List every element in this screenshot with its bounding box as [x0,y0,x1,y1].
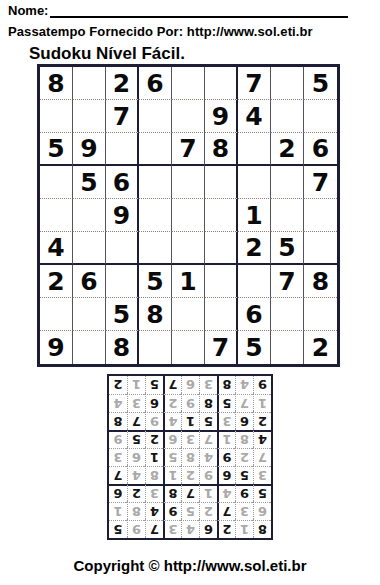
sudoku-cell-r3c8[interactable]: 2 [271,133,304,166]
sudoku-cell-r2c3[interactable]: 7 [106,100,139,133]
solution-cell-r3c1: 5 [253,484,271,502]
sudoku-cell-r4c3[interactable]: 6 [106,166,139,199]
sudoku-cell-r6c2[interactable] [73,232,106,265]
sudoku-cell-r5c8[interactable] [271,199,304,232]
sudoku-cell-r8c9[interactable] [304,298,337,331]
solution-cell-r5c3: 9 [217,448,235,466]
sudoku-cell-r2c2[interactable] [73,100,106,133]
sudoku-cell-r3c4[interactable] [139,133,172,166]
solution-cell-r1c1: 8 [253,520,271,538]
solution-cell-r9c7: 5 [145,376,163,394]
solution-cell-r8c3: 5 [217,394,235,412]
solution-cell-r2c9: 1 [109,502,127,520]
solution-cell-r8c5: 9 [181,394,199,412]
sudoku-cell-r7c8[interactable]: 7 [271,265,304,298]
sudoku-cell-r3c9[interactable]: 6 [304,133,337,166]
sudoku-cell-r8c6[interactable] [205,298,238,331]
solution-cell-r8c8: 3 [127,394,145,412]
sudoku-cell-r5c1[interactable] [40,199,73,232]
sudoku-cell-r5c3[interactable]: 9 [106,199,139,232]
solution-cell-r4c1: 3 [253,466,271,484]
sudoku-cell-r5c6[interactable] [205,199,238,232]
sudoku-cell-r2c1[interactable] [40,100,73,133]
sudoku-cell-r2c8[interactable] [271,100,304,133]
solution-cell-r6c7: 2 [145,430,163,448]
sudoku-cell-r4c1[interactable] [40,166,73,199]
solution-cell-r5c8: 6 [127,448,145,466]
worksheet-page: Nome: Passatempo Fornecido Por: http://w… [0,0,380,585]
sudoku-cell-r5c5[interactable] [172,199,205,232]
sudoku-cell-r1c9[interactable]: 5 [304,67,337,100]
solution-cell-r9c5: 6 [181,376,199,394]
sudoku-cell-r7c3[interactable] [106,265,139,298]
solution-cell-r1c9: 5 [109,520,127,538]
solution-cell-r8c9: 4 [109,394,127,412]
sudoku-cell-r6c7[interactable]: 2 [238,232,271,265]
sudoku-cell-r6c1[interactable]: 4 [40,232,73,265]
solution-cell-r6c9: 9 [109,430,127,448]
solution-cell-r2c5: 5 [181,502,199,520]
sudoku-cell-r7c9[interactable]: 8 [304,265,337,298]
sudoku-board: 826757945978265679142526517858698752 [37,64,340,367]
sudoku-cell-r3c1[interactable]: 5 [40,133,73,166]
solution-cell-r2c8: 8 [127,502,145,520]
solution-cell-r3c8: 2 [127,484,145,502]
solution-cell-r1c5: 4 [181,520,199,538]
sudoku-cell-r9c3[interactable]: 8 [106,331,139,364]
solution-cell-r2c1: 6 [253,502,271,520]
name-label: Nome: [8,3,48,18]
solution-cell-r8c6: 2 [163,394,181,412]
sudoku-cell-r6c9[interactable] [304,232,337,265]
solution-cell-r9c4: 3 [199,376,217,394]
solution-cell-r8c7: 6 [145,394,163,412]
copyright: Copyright © http://www.sol.eti.br [0,557,380,574]
solution-cell-r5c6: 5 [163,448,181,466]
sudoku-cell-r4c6[interactable] [205,166,238,199]
sudoku-cell-r3c7[interactable] [238,133,271,166]
solution-cell-r8c4: 8 [199,394,217,412]
solution-cell-r7c8: 7 [127,412,145,430]
solution-cell-r3c5: 7 [181,484,199,502]
sudoku-cell-r1c3[interactable]: 2 [106,67,139,100]
sudoku-cell-r6c5[interactable] [172,232,205,265]
solution-cell-r4c6: 1 [163,466,181,484]
sudoku-cell-r5c7[interactable]: 1 [238,199,271,232]
solution-cell-r6c6: 6 [163,430,181,448]
sudoku-cell-r6c4[interactable] [139,232,172,265]
solution-cell-r9c1: 9 [253,376,271,394]
name-fill-line[interactable] [50,5,348,18]
solution-cell-r3c6: 8 [163,484,181,502]
sudoku-cell-r8c2[interactable] [73,298,106,331]
solution-cell-r3c7: 3 [145,484,163,502]
sudoku-cell-r1c2[interactable] [73,67,106,100]
sudoku-cell-r8c3[interactable]: 5 [106,298,139,331]
solution-cell-r4c8: 4 [127,466,145,484]
sudoku-cell-r3c2[interactable]: 9 [73,133,106,166]
sudoku-cell-r2c9[interactable] [304,100,337,133]
solution-cell-r7c1: 2 [253,412,271,430]
solution-cell-r2c6: 9 [163,502,181,520]
sudoku-cell-r4c5[interactable] [172,166,205,199]
sudoku-cell-r3c5[interactable]: 7 [172,133,205,166]
sudoku-cell-r6c6[interactable] [205,232,238,265]
solution-cell-r6c8: 5 [127,430,145,448]
sudoku-cell-r2c5[interactable] [172,100,205,133]
solution-cell-r8c2: 7 [235,394,253,412]
sudoku-cell-r4c9[interactable]: 7 [304,166,337,199]
sudoku-cell-r5c2[interactable] [73,199,106,232]
sudoku-cell-r1c7[interactable]: 7 [238,67,271,100]
solution-cell-r3c4: 1 [199,484,217,502]
solution-cell-r8c1: 1 [253,394,271,412]
solution-cell-r2c7: 4 [145,502,163,520]
solution-cell-r4c7: 8 [145,466,163,484]
name-row: Nome: [8,3,348,18]
solution-board: 8126437956372594815941783263569218477294… [107,374,273,540]
sudoku-cell-r8c1[interactable] [40,298,73,331]
solution-cell-r7c6: 4 [163,412,181,430]
solution-cell-r7c5: 1 [181,412,199,430]
solution-cell-r9c8: 1 [127,376,145,394]
sudoku-cell-r3c3[interactable] [106,133,139,166]
sudoku-cell-r9c4[interactable] [139,331,172,364]
sudoku-cell-r1c5[interactable] [172,67,205,100]
sudoku-cell-r8c8[interactable] [271,298,304,331]
solution-cell-r2c3: 7 [217,502,235,520]
sudoku-cell-r8c5[interactable] [172,298,205,331]
sudoku-cell-r6c3[interactable] [106,232,139,265]
sudoku-cell-r7c6[interactable] [205,265,238,298]
sudoku-cell-r4c7[interactable] [238,166,271,199]
solution-cell-r4c9: 7 [109,466,127,484]
page-title: Sudoku Nível Fácil. [29,44,185,64]
solution-cell-r6c5: 3 [181,430,199,448]
sudoku-cell-r4c8[interactable] [271,166,304,199]
sudoku-cell-r9c9[interactable]: 2 [304,331,337,364]
solution-cell-r7c2: 6 [235,412,253,430]
sudoku-cell-r7c4[interactable]: 5 [139,265,172,298]
sudoku-cell-r9c7[interactable]: 5 [238,331,271,364]
sudoku-cell-r1c8[interactable] [271,67,304,100]
sudoku-cell-r9c8[interactable] [271,331,304,364]
solution-cell-r5c4: 4 [199,448,217,466]
solution-cell-r6c4: 7 [199,430,217,448]
sudoku-cell-r3c6[interactable]: 8 [205,133,238,166]
sudoku-cell-r8c4[interactable]: 8 [139,298,172,331]
solution-cell-r4c2: 5 [235,466,253,484]
solution-cell-r1c4: 6 [199,520,217,538]
sudoku-cell-r7c7[interactable] [238,265,271,298]
sudoku-cell-r6c8[interactable]: 5 [271,232,304,265]
sudoku-cell-r9c1[interactable]: 9 [40,331,73,364]
solution-cell-r6c2: 8 [235,430,253,448]
solution-cell-r9c6: 7 [163,376,181,394]
sudoku-cell-r2c4[interactable] [139,100,172,133]
provider-line: Passatempo Fornecido Por: http://www.sol… [8,24,313,39]
solution-cell-r2c2: 3 [235,502,253,520]
solution-cell-r9c3: 8 [217,376,235,394]
sudoku-cell-r7c1[interactable]: 2 [40,265,73,298]
solution-cell-r5c1: 7 [253,448,271,466]
solution-cell-r5c7: 1 [145,448,163,466]
sudoku-cell-r4c2[interactable]: 5 [73,166,106,199]
solution-cell-r9c9: 2 [109,376,127,394]
sudoku-cell-r8c7[interactable]: 6 [238,298,271,331]
solution-cell-r6c1: 4 [253,430,271,448]
solution-cell-r3c3: 4 [217,484,235,502]
solution-cell-r7c3: 3 [217,412,235,430]
solution-cell-r2c4: 2 [199,502,217,520]
sudoku-cell-r5c9[interactable] [304,199,337,232]
solution-cell-r4c3: 6 [217,466,235,484]
sudoku-cell-r9c2[interactable] [73,331,106,364]
sudoku-cell-r2c7[interactable]: 4 [238,100,271,133]
sudoku-cell-r1c6[interactable] [205,67,238,100]
sudoku-cell-r7c5[interactable]: 1 [172,265,205,298]
solution-cell-r1c3: 2 [217,520,235,538]
sudoku-cell-r5c4[interactable] [139,199,172,232]
solution-cell-r5c9: 3 [109,448,127,466]
solution-cell-r9c2: 4 [235,376,253,394]
solution-cell-r4c5: 2 [181,466,199,484]
sudoku-cell-r1c4[interactable]: 6 [139,67,172,100]
solution-cell-r1c6: 3 [163,520,181,538]
sudoku-cell-r9c5[interactable] [172,331,205,364]
solution-cell-r7c4: 5 [199,412,217,430]
solution-cell-r4c4: 9 [199,466,217,484]
sudoku-cell-r1c1[interactable]: 8 [40,67,73,100]
sudoku-cell-r4c4[interactable] [139,166,172,199]
solution-cell-r5c2: 2 [235,448,253,466]
sudoku-cell-r9c6[interactable]: 7 [205,331,238,364]
solution-cell-r6c3: 1 [217,430,235,448]
solution-cell-r7c7: 9 [145,412,163,430]
solution-cell-r7c9: 8 [109,412,127,430]
solution-cell-r1c2: 1 [235,520,253,538]
solution-cell-r1c7: 7 [145,520,163,538]
solution-cell-r3c9: 6 [109,484,127,502]
sudoku-cell-r2c6[interactable]: 9 [205,100,238,133]
solution-cell-r3c2: 9 [235,484,253,502]
sudoku-cell-r7c2[interactable]: 6 [73,265,106,298]
solution-cell-r5c5: 8 [181,448,199,466]
solution-cell-r1c8: 9 [127,520,145,538]
